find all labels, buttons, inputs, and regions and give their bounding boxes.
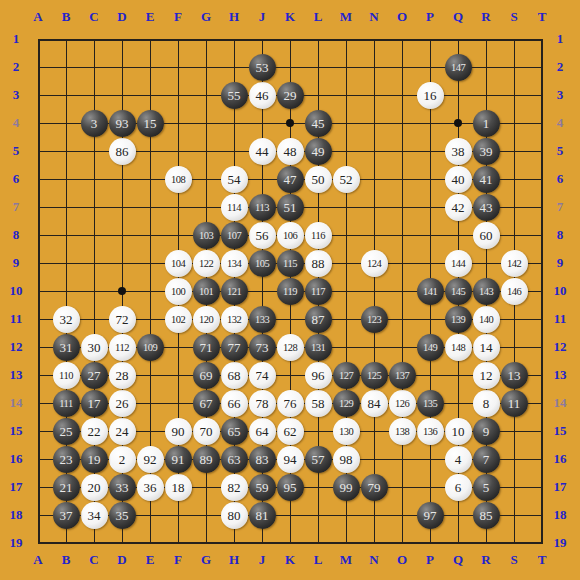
row-label-left-16: 16 [2,451,30,467]
stone-D14: 26 [109,390,136,417]
column-label-bottom-H: H [220,552,248,568]
row-label-left-2: 2 [2,59,30,75]
row-label-right-14: 14 [546,395,574,411]
stone-P3: 16 [417,82,444,109]
row-label-right-8: 8 [546,227,574,243]
stone-C12: 30 [81,334,108,361]
stone-L11: 87 [305,306,332,333]
stone-C14: 17 [81,390,108,417]
column-label-top-G: G [192,9,220,25]
stone-R11: 140 [473,306,500,333]
stone-J9: 105 [249,250,276,277]
row-label-left-12: 12 [2,339,30,355]
row-label-left-7: 7 [2,199,30,215]
stone-Q2: 147 [445,54,472,81]
stone-C17: 20 [81,474,108,501]
stone-K5: 48 [277,138,304,165]
column-label-bottom-P: P [416,552,444,568]
stone-B11: 32 [53,306,80,333]
stone-B16: 23 [53,446,80,473]
stone-L8: 116 [305,222,332,249]
stone-G14: 67 [193,390,220,417]
stone-D17: 33 [109,474,136,501]
stone-Q15: 10 [445,418,472,445]
stone-S14: 11 [501,390,528,417]
stone-H10: 121 [221,278,248,305]
stone-D13: 28 [109,362,136,389]
stone-H11: 132 [221,306,248,333]
column-label-top-L: L [304,9,332,25]
row-label-left-10: 10 [2,283,30,299]
stone-D11: 72 [109,306,136,333]
stone-R13: 12 [473,362,500,389]
stone-E4: 15 [137,110,164,137]
row-label-left-19: 19 [2,535,30,551]
column-label-bottom-Q: Q [444,552,472,568]
column-label-top-O: O [388,9,416,25]
stone-J2: 53 [249,54,276,81]
stone-F9: 104 [165,250,192,277]
column-label-bottom-B: B [52,552,80,568]
stone-J14: 78 [249,390,276,417]
stone-H8: 107 [221,222,248,249]
stone-G15: 70 [193,418,220,445]
stone-C16: 19 [81,446,108,473]
stone-M14: 129 [333,390,360,417]
stone-C15: 22 [81,418,108,445]
row-label-right-18: 18 [546,507,574,523]
stone-O13: 137 [389,362,416,389]
stone-Q10: 145 [445,278,472,305]
stone-L6: 50 [305,166,332,193]
stone-L4: 45 [305,110,332,137]
row-label-right-13: 13 [546,367,574,383]
stone-K17: 95 [277,474,304,501]
column-label-bottom-J: J [248,552,276,568]
stone-K9: 115 [277,250,304,277]
stone-H3: 55 [221,82,248,109]
column-label-bottom-G: G [192,552,220,568]
stone-M16: 98 [333,446,360,473]
stone-K15: 62 [277,418,304,445]
column-label-bottom-S: S [500,552,528,568]
stone-E12: 109 [137,334,164,361]
stone-B18: 37 [53,502,80,529]
stone-N13: 125 [361,362,388,389]
column-label-top-R: R [472,9,500,25]
stone-J15: 64 [249,418,276,445]
stone-J3: 46 [249,82,276,109]
stone-Q17: 6 [445,474,472,501]
star-point-Q4 [454,119,462,127]
stone-O14: 126 [389,390,416,417]
stone-K6: 47 [277,166,304,193]
stone-F11: 102 [165,306,192,333]
stone-J17: 59 [249,474,276,501]
stone-H12: 77 [221,334,248,361]
column-label-bottom-M: M [332,552,360,568]
stone-S13: 13 [501,362,528,389]
stone-R15: 9 [473,418,500,445]
row-label-left-4: 4 [2,115,30,131]
row-label-right-4: 4 [546,115,574,131]
row-label-left-1: 1 [2,31,30,47]
column-label-bottom-C: C [80,552,108,568]
row-label-left-9: 9 [2,255,30,271]
row-label-left-11: 11 [2,311,30,327]
column-label-bottom-T: T [528,552,556,568]
row-label-right-3: 3 [546,87,574,103]
stone-D16: 2 [109,446,136,473]
stone-R12: 14 [473,334,500,361]
stone-K8: 106 [277,222,304,249]
stone-D4: 93 [109,110,136,137]
stone-D15: 24 [109,418,136,445]
stone-R5: 39 [473,138,500,165]
stone-Q6: 40 [445,166,472,193]
column-label-bottom-F: F [164,552,192,568]
row-label-right-17: 17 [546,479,574,495]
column-label-bottom-N: N [360,552,388,568]
stone-N11: 123 [361,306,388,333]
stone-R17: 5 [473,474,500,501]
stone-G10: 101 [193,278,220,305]
stone-Q9: 144 [445,250,472,277]
star-point-D10 [118,287,126,295]
column-label-top-Q: Q [444,9,472,25]
row-label-left-18: 18 [2,507,30,523]
stone-R10: 143 [473,278,500,305]
row-label-right-16: 16 [546,451,574,467]
column-label-top-S: S [500,9,528,25]
row-label-right-11: 11 [546,311,574,327]
stone-J8: 56 [249,222,276,249]
stone-J5: 44 [249,138,276,165]
stone-C13: 27 [81,362,108,389]
column-label-top-M: M [332,9,360,25]
row-label-right-5: 5 [546,143,574,159]
stone-R6: 41 [473,166,500,193]
row-label-right-6: 6 [546,171,574,187]
stone-G12: 71 [193,334,220,361]
go-board-diagram: ABCDEFGHJKLMNOPQRST ABCDEFGHJKLMNOPQRST … [0,0,580,580]
stone-H9: 134 [221,250,248,277]
stone-K16: 94 [277,446,304,473]
stone-L16: 57 [305,446,332,473]
stone-Q5: 38 [445,138,472,165]
stone-Q11: 139 [445,306,472,333]
row-label-right-19: 19 [546,535,574,551]
stone-E17: 36 [137,474,164,501]
stone-G11: 120 [193,306,220,333]
stone-K7: 51 [277,194,304,221]
stone-B14: 111 [53,390,80,417]
stone-G8: 103 [193,222,220,249]
stone-J12: 73 [249,334,276,361]
column-label-top-N: N [360,9,388,25]
stone-H14: 66 [221,390,248,417]
stone-Q16: 4 [445,446,472,473]
column-label-top-C: C [80,9,108,25]
row-label-right-15: 15 [546,423,574,439]
stone-K10: 119 [277,278,304,305]
stone-H17: 82 [221,474,248,501]
stone-H18: 80 [221,502,248,529]
stone-L14: 58 [305,390,332,417]
stone-G9: 122 [193,250,220,277]
stone-M15: 130 [333,418,360,445]
row-label-left-8: 8 [2,227,30,243]
column-label-top-P: P [416,9,444,25]
stone-B13: 110 [53,362,80,389]
stone-N17: 79 [361,474,388,501]
stone-M6: 52 [333,166,360,193]
stone-Q12: 148 [445,334,472,361]
stone-G16: 89 [193,446,220,473]
stone-R8: 60 [473,222,500,249]
grid-horizontal-line [38,542,543,544]
column-label-bottom-R: R [472,552,500,568]
stone-M13: 127 [333,362,360,389]
stone-F15: 90 [165,418,192,445]
stone-K3: 29 [277,82,304,109]
column-label-top-T: T [528,9,556,25]
stone-D12: 112 [109,334,136,361]
column-label-bottom-L: L [304,552,332,568]
row-label-right-9: 9 [546,255,574,271]
stone-J7: 113 [249,194,276,221]
column-label-top-B: B [52,9,80,25]
stone-H16: 63 [221,446,248,473]
stone-Q7: 42 [445,194,472,221]
stone-P14: 135 [417,390,444,417]
stone-L10: 117 [305,278,332,305]
stone-R18: 85 [473,502,500,529]
column-label-bottom-A: A [24,552,52,568]
stone-H15: 65 [221,418,248,445]
stone-H7: 114 [221,194,248,221]
stone-K12: 128 [277,334,304,361]
row-label-left-15: 15 [2,423,30,439]
stone-P15: 136 [417,418,444,445]
column-label-top-F: F [164,9,192,25]
stone-L13: 96 [305,362,332,389]
stone-B12: 31 [53,334,80,361]
stone-D18: 35 [109,502,136,529]
column-label-bottom-D: D [108,552,136,568]
column-label-top-K: K [276,9,304,25]
column-label-top-E: E [136,9,164,25]
row-label-left-6: 6 [2,171,30,187]
stone-P10: 141 [417,278,444,305]
stone-C18: 34 [81,502,108,529]
row-label-left-17: 17 [2,479,30,495]
stone-G13: 69 [193,362,220,389]
column-label-top-J: J [248,9,276,25]
row-label-right-10: 10 [546,283,574,299]
column-label-top-D: D [108,9,136,25]
grid-vertical-line [402,39,403,544]
stone-F17: 18 [165,474,192,501]
stone-R16: 7 [473,446,500,473]
stone-S9: 142 [501,250,528,277]
stone-H6: 54 [221,166,248,193]
stone-B17: 21 [53,474,80,501]
row-label-right-7: 7 [546,199,574,215]
stone-H13: 68 [221,362,248,389]
stone-F16: 91 [165,446,192,473]
grid-vertical-line [541,39,543,544]
stone-F10: 100 [165,278,192,305]
stone-L5: 49 [305,138,332,165]
stone-D5: 86 [109,138,136,165]
stone-F6: 108 [165,166,192,193]
stone-E16: 92 [137,446,164,473]
row-label-left-13: 13 [2,367,30,383]
star-point-K4 [286,119,294,127]
row-label-right-12: 12 [546,339,574,355]
stone-J16: 83 [249,446,276,473]
row-label-left-3: 3 [2,87,30,103]
stone-R14: 8 [473,390,500,417]
stone-K14: 76 [277,390,304,417]
stone-P18: 97 [417,502,444,529]
stone-O15: 138 [389,418,416,445]
grid-vertical-line [374,39,375,544]
column-label-bottom-K: K [276,552,304,568]
stone-R4: 1 [473,110,500,137]
stone-S10: 146 [501,278,528,305]
stone-J18: 81 [249,502,276,529]
row-label-right-2: 2 [546,59,574,75]
row-label-left-14: 14 [2,395,30,411]
stone-P12: 149 [417,334,444,361]
column-label-bottom-O: O [388,552,416,568]
column-label-bottom-E: E [136,552,164,568]
stone-R7: 43 [473,194,500,221]
row-label-right-1: 1 [546,31,574,47]
column-label-top-A: A [24,9,52,25]
stone-M17: 99 [333,474,360,501]
stone-L9: 88 [305,250,332,277]
stone-L12: 131 [305,334,332,361]
stone-N9: 124 [361,250,388,277]
stone-J11: 133 [249,306,276,333]
stone-C4: 3 [81,110,108,137]
stone-N14: 84 [361,390,388,417]
stone-J13: 74 [249,362,276,389]
row-label-left-5: 5 [2,143,30,159]
stone-B15: 25 [53,418,80,445]
column-label-top-H: H [220,9,248,25]
